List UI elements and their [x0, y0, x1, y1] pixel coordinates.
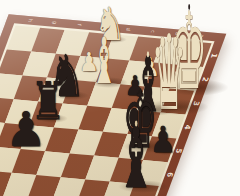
- rank-label-5: 5: [172, 146, 186, 157]
- file-label-d: d: [123, 25, 133, 34]
- file-label-c: c: [148, 27, 158, 36]
- file-label-g: g: [50, 18, 60, 27]
- chessboard-photo: 12345678 hgfedcba ♞♟♝♟♛♚♞♜♟♟♝♚♟♝: [0, 0, 240, 196]
- white-king-finial-tip: [188, 4, 190, 10]
- file-label-h: h: [25, 16, 35, 25]
- file-label-b: b: [172, 29, 182, 38]
- board-inner-line: [0, 23, 215, 196]
- file-label-a: a: [197, 31, 207, 40]
- file-label-e: e: [99, 22, 109, 31]
- rank-label-3: 3: [189, 98, 203, 109]
- chess-board: 12345678 hgfedcba: [0, 14, 226, 196]
- rank-label-2: 2: [198, 74, 212, 85]
- rank-label-4: 4: [180, 122, 194, 133]
- file-label-f: f: [74, 20, 84, 29]
- rank-label-1: 1: [207, 50, 221, 61]
- rank-label-6: 6: [163, 169, 177, 180]
- board-grid: [0, 26, 212, 196]
